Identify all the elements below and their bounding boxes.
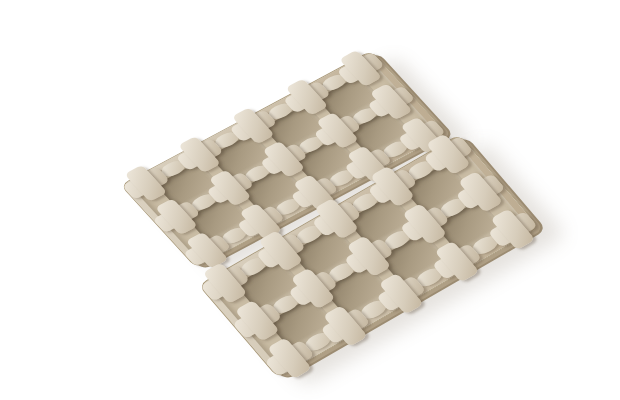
product-photo	[0, 0, 620, 400]
